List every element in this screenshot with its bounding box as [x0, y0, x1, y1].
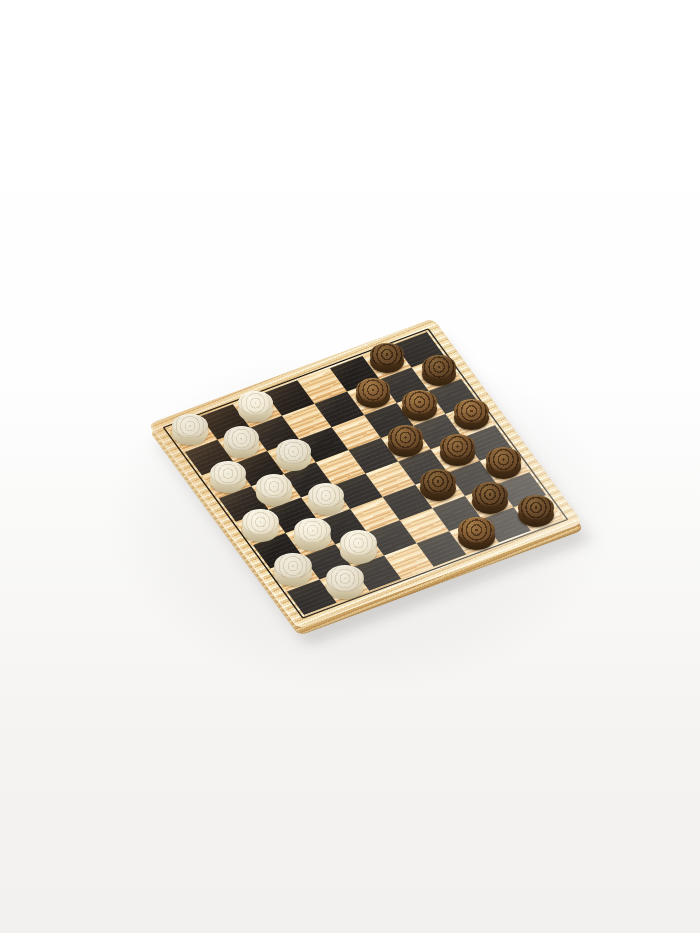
checker-brown[interactable] — [472, 482, 508, 514]
checker-brown[interactable] — [486, 447, 522, 479]
checker-brown[interactable] — [388, 425, 423, 456]
checker-brown[interactable] — [440, 434, 475, 465]
checker-brown[interactable] — [454, 399, 489, 430]
checker-white[interactable] — [224, 426, 259, 457]
checker-white[interactable] — [172, 414, 207, 445]
checker-white[interactable] — [276, 439, 312, 471]
checker-brown[interactable] — [420, 469, 456, 501]
checker-brown[interactable] — [356, 378, 390, 409]
checker-white[interactable] — [242, 509, 279, 542]
checker-brown[interactable] — [518, 495, 555, 527]
checker-white[interactable] — [256, 474, 292, 506]
checker-brown[interactable] — [370, 343, 404, 373]
checker-brown[interactable] — [458, 517, 495, 550]
checker-white[interactable] — [326, 565, 364, 599]
checker-white[interactable] — [340, 530, 377, 563]
checker-white[interactable] — [308, 483, 344, 515]
checker-brown[interactable] — [422, 355, 456, 385]
checker-white[interactable] — [274, 553, 312, 586]
checker-white[interactable] — [294, 518, 331, 551]
checker-white[interactable] — [238, 391, 273, 422]
photo-backdrop — [0, 0, 700, 933]
checker-white[interactable] — [210, 461, 246, 493]
checker-brown[interactable] — [402, 390, 437, 421]
